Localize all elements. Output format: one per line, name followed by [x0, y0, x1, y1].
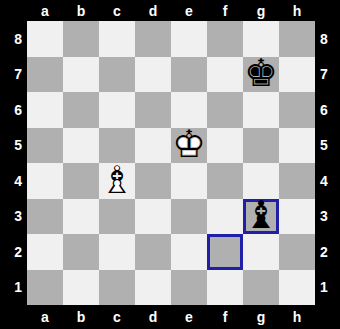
- rank-label-4-left: 4: [0, 163, 27, 199]
- square-a1[interactable]: [27, 270, 63, 306]
- file-label-b-top: b: [63, 0, 99, 21]
- file-label-e-top: e: [171, 0, 207, 21]
- square-h3[interactable]: [279, 199, 315, 235]
- rank-label-5-left: 5: [0, 128, 27, 164]
- top-file-labels: abcdefgh: [27, 0, 315, 21]
- file-label-h-bottom: h: [279, 305, 315, 329]
- square-g3[interactable]: ♝: [243, 199, 279, 235]
- square-f1[interactable]: [207, 270, 243, 306]
- file-label-a-bottom: a: [27, 305, 63, 329]
- square-c4[interactable]: ♝♗: [99, 163, 135, 199]
- square-f4[interactable]: [207, 163, 243, 199]
- file-label-c-bottom: c: [99, 305, 135, 329]
- square-c8[interactable]: [99, 21, 135, 57]
- square-h2[interactable]: [279, 234, 315, 270]
- chess-board: ♚♚♔♝♗♝: [27, 21, 315, 305]
- square-h4[interactable]: [279, 163, 315, 199]
- square-c6[interactable]: [99, 92, 135, 128]
- square-f7[interactable]: [207, 57, 243, 93]
- square-b5[interactable]: [63, 128, 99, 164]
- square-f3[interactable]: [207, 199, 243, 235]
- file-label-g-bottom: g: [243, 305, 279, 329]
- square-b8[interactable]: [63, 21, 99, 57]
- square-b2[interactable]: [63, 234, 99, 270]
- square-b7[interactable]: [63, 57, 99, 93]
- rank-label-1-left: 1: [0, 270, 27, 306]
- square-e1[interactable]: [171, 270, 207, 306]
- square-a6[interactable]: [27, 92, 63, 128]
- square-h1[interactable]: [279, 270, 315, 306]
- file-label-d-bottom: d: [135, 305, 171, 329]
- white-king-piece[interactable]: ♚♔: [171, 127, 207, 163]
- square-h5[interactable]: [279, 128, 315, 164]
- file-label-e-bottom: e: [171, 305, 207, 329]
- square-e2[interactable]: [171, 234, 207, 270]
- square-g5[interactable]: [243, 128, 279, 164]
- square-d6[interactable]: [135, 92, 171, 128]
- square-c1[interactable]: [99, 270, 135, 306]
- file-label-d-top: d: [135, 0, 171, 21]
- square-a2[interactable]: [27, 234, 63, 270]
- square-h6[interactable]: [279, 92, 315, 128]
- square-d8[interactable]: [135, 21, 171, 57]
- file-label-c-top: c: [99, 0, 135, 21]
- rank-label-5-right: 5: [315, 128, 340, 164]
- square-b3[interactable]: [63, 199, 99, 235]
- file-label-g-top: g: [243, 0, 279, 21]
- bottom-file-labels: abcdefgh: [27, 305, 315, 329]
- square-f2[interactable]: [207, 234, 243, 270]
- rank-label-2-left: 2: [0, 234, 27, 270]
- square-b6[interactable]: [63, 92, 99, 128]
- white-bishop-piece[interactable]: ♝♗: [99, 162, 135, 198]
- square-g7[interactable]: ♚: [243, 57, 279, 93]
- square-e4[interactable]: [171, 163, 207, 199]
- rank-label-4-right: 4: [315, 163, 340, 199]
- rank-label-1-right: 1: [315, 270, 340, 306]
- square-a5[interactable]: [27, 128, 63, 164]
- square-g6[interactable]: [243, 92, 279, 128]
- square-a4[interactable]: [27, 163, 63, 199]
- square-g1[interactable]: [243, 270, 279, 306]
- file-label-a-top: a: [27, 0, 63, 21]
- white-king-outline: ♔: [171, 127, 207, 163]
- square-d1[interactable]: [135, 270, 171, 306]
- right-rank-labels: 87654321: [315, 21, 340, 305]
- square-d5[interactable]: [135, 128, 171, 164]
- square-c7[interactable]: [99, 57, 135, 93]
- square-e5[interactable]: ♚♔: [171, 128, 207, 164]
- square-d3[interactable]: [135, 199, 171, 235]
- chess-board-panel: abcdefgh abcdefgh 87654321 87654321 ♚♚♔♝…: [0, 0, 340, 329]
- black-bishop-piece[interactable]: ♝: [243, 198, 279, 234]
- file-label-h-top: h: [279, 0, 315, 21]
- square-e8[interactable]: [171, 21, 207, 57]
- rank-label-7-left: 7: [0, 57, 27, 93]
- square-d2[interactable]: [135, 234, 171, 270]
- square-a7[interactable]: [27, 57, 63, 93]
- square-d7[interactable]: [135, 57, 171, 93]
- square-b4[interactable]: [63, 163, 99, 199]
- square-a8[interactable]: [27, 21, 63, 57]
- square-f5[interactable]: [207, 128, 243, 164]
- file-label-f-top: f: [207, 0, 243, 21]
- rank-label-8-left: 8: [0, 21, 27, 57]
- square-b1[interactable]: [63, 270, 99, 306]
- square-e3[interactable]: [171, 199, 207, 235]
- rank-label-7-right: 7: [315, 57, 340, 93]
- square-h7[interactable]: [279, 57, 315, 93]
- rank-label-6-left: 6: [0, 92, 27, 128]
- rank-label-8-right: 8: [315, 21, 340, 57]
- square-f6[interactable]: [207, 92, 243, 128]
- square-e7[interactable]: [171, 57, 207, 93]
- rank-label-6-right: 6: [315, 92, 340, 128]
- rank-label-3-right: 3: [315, 199, 340, 235]
- file-label-b-bottom: b: [63, 305, 99, 329]
- square-d4[interactable]: [135, 163, 171, 199]
- square-g2[interactable]: [243, 234, 279, 270]
- black-king-piece[interactable]: ♚: [243, 56, 279, 92]
- square-f8[interactable]: [207, 21, 243, 57]
- left-rank-labels: 87654321: [0, 21, 27, 305]
- rank-label-3-left: 3: [0, 199, 27, 235]
- white-bishop-outline: ♗: [99, 162, 135, 198]
- rank-label-2-right: 2: [315, 234, 340, 270]
- file-label-f-bottom: f: [207, 305, 243, 329]
- square-c3[interactable]: [99, 199, 135, 235]
- square-a3[interactable]: [27, 199, 63, 235]
- square-c2[interactable]: [99, 234, 135, 270]
- square-h8[interactable]: [279, 21, 315, 57]
